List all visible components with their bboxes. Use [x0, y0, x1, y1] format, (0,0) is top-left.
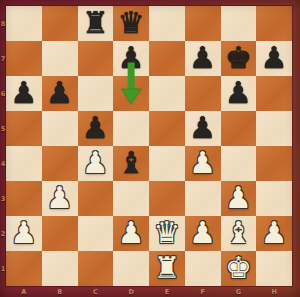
- square-b7[interactable]: [42, 41, 78, 76]
- rank-label-1: 1: [0, 266, 6, 273]
- square-d2[interactable]: ♟: [113, 216, 149, 251]
- square-f2[interactable]: ♟: [185, 216, 221, 251]
- square-d1[interactable]: [113, 251, 149, 286]
- white-pawn-piece[interactable]: ♟: [82, 148, 109, 178]
- square-c8[interactable]: ♜: [78, 6, 114, 41]
- white-pawn-piece[interactable]: ♟: [225, 183, 252, 213]
- square-c7[interactable]: [78, 41, 114, 76]
- square-e2[interactable]: ♛: [149, 216, 185, 251]
- white-pawn-piece[interactable]: ♟: [261, 218, 288, 248]
- square-c4[interactable]: ♟: [78, 146, 114, 181]
- square-b2[interactable]: [42, 216, 78, 251]
- chess-board-frame: ♜♛♟♟♚♟♟♟♟♟♟♟♝♟♟♟♟♟♛♟♝♟♜♚ 87654321ABCDEFG…: [0, 0, 300, 297]
- file-label-a: A: [18, 289, 30, 296]
- white-pawn-piece[interactable]: ♟: [46, 183, 73, 213]
- square-b1[interactable]: [42, 251, 78, 286]
- file-label-c: C: [89, 289, 101, 296]
- square-e6[interactable]: [149, 76, 185, 111]
- file-label-g: G: [232, 289, 244, 296]
- square-e5[interactable]: [149, 111, 185, 146]
- square-d5[interactable]: [113, 111, 149, 146]
- black-pawn-piece[interactable]: ♟: [189, 43, 216, 73]
- black-pawn-piece[interactable]: ♟: [82, 113, 109, 143]
- square-a1[interactable]: [6, 251, 42, 286]
- square-d3[interactable]: [113, 181, 149, 216]
- file-label-e: E: [161, 289, 173, 296]
- square-h8[interactable]: [256, 6, 292, 41]
- square-h5[interactable]: [256, 111, 292, 146]
- square-d4[interactable]: ♝: [113, 146, 149, 181]
- square-h4[interactable]: [256, 146, 292, 181]
- square-a4[interactable]: [6, 146, 42, 181]
- white-rook-piece[interactable]: ♜: [153, 253, 180, 283]
- black-bishop-piece[interactable]: ♝: [118, 148, 145, 178]
- square-e1[interactable]: ♜: [149, 251, 185, 286]
- square-d6[interactable]: [113, 76, 149, 111]
- square-c1[interactable]: [78, 251, 114, 286]
- rank-label-7: 7: [0, 56, 6, 63]
- square-h7[interactable]: ♟: [256, 41, 292, 76]
- black-queen-piece[interactable]: ♛: [118, 8, 145, 38]
- white-king-piece[interactable]: ♚: [225, 253, 252, 283]
- black-pawn-piece[interactable]: ♟: [118, 43, 145, 73]
- square-d7[interactable]: ♟: [113, 41, 149, 76]
- square-f8[interactable]: [185, 6, 221, 41]
- white-pawn-piece[interactable]: ♟: [10, 218, 37, 248]
- square-f5[interactable]: ♟: [185, 111, 221, 146]
- square-g2[interactable]: ♝: [221, 216, 257, 251]
- rank-label-2: 2: [0, 231, 6, 238]
- white-queen-piece[interactable]: ♛: [153, 218, 180, 248]
- square-h2[interactable]: ♟: [256, 216, 292, 251]
- square-a5[interactable]: [6, 111, 42, 146]
- square-b4[interactable]: [42, 146, 78, 181]
- square-h1[interactable]: [256, 251, 292, 286]
- square-f6[interactable]: [185, 76, 221, 111]
- square-a2[interactable]: ♟: [6, 216, 42, 251]
- black-king-piece[interactable]: ♚: [225, 43, 252, 73]
- square-b5[interactable]: [42, 111, 78, 146]
- rank-label-8: 8: [0, 21, 6, 28]
- white-pawn-piece[interactable]: ♟: [189, 218, 216, 248]
- square-b6[interactable]: ♟: [42, 76, 78, 111]
- square-d8[interactable]: ♛: [113, 6, 149, 41]
- white-bishop-piece[interactable]: ♝: [225, 218, 252, 248]
- square-e4[interactable]: [149, 146, 185, 181]
- rank-label-6: 6: [0, 91, 6, 98]
- square-g3[interactable]: ♟: [221, 181, 257, 216]
- rank-label-4: 4: [0, 161, 6, 168]
- black-pawn-piece[interactable]: ♟: [46, 78, 73, 108]
- square-g8[interactable]: [221, 6, 257, 41]
- file-label-d: D: [125, 289, 137, 296]
- rank-label-3: 3: [0, 196, 6, 203]
- black-pawn-piece[interactable]: ♟: [10, 78, 37, 108]
- square-g7[interactable]: ♚: [221, 41, 257, 76]
- square-a6[interactable]: ♟: [6, 76, 42, 111]
- square-c6[interactable]: [78, 76, 114, 111]
- square-c2[interactable]: [78, 216, 114, 251]
- square-f1[interactable]: [185, 251, 221, 286]
- square-b8[interactable]: [42, 6, 78, 41]
- square-g5[interactable]: [221, 111, 257, 146]
- square-c5[interactable]: ♟: [78, 111, 114, 146]
- rank-label-5: 5: [0, 126, 6, 133]
- square-b3[interactable]: ♟: [42, 181, 78, 216]
- square-e7[interactable]: [149, 41, 185, 76]
- square-c3[interactable]: [78, 181, 114, 216]
- black-pawn-piece[interactable]: ♟: [261, 43, 288, 73]
- square-f3[interactable]: [185, 181, 221, 216]
- square-g6[interactable]: ♟: [221, 76, 257, 111]
- square-a7[interactable]: [6, 41, 42, 76]
- square-a3[interactable]: [6, 181, 42, 216]
- square-f7[interactable]: ♟: [185, 41, 221, 76]
- file-label-b: B: [54, 289, 66, 296]
- chess-board: ♜♛♟♟♚♟♟♟♟♟♟♟♝♟♟♟♟♟♛♟♝♟♜♚: [6, 6, 292, 286]
- file-label-f: F: [197, 289, 209, 296]
- square-e8[interactable]: [149, 6, 185, 41]
- square-f4[interactable]: ♟: [185, 146, 221, 181]
- black-rook-piece[interactable]: ♜: [82, 8, 109, 38]
- square-e3[interactable]: [149, 181, 185, 216]
- white-pawn-piece[interactable]: ♟: [118, 218, 145, 248]
- black-pawn-piece[interactable]: ♟: [189, 113, 216, 143]
- square-h3[interactable]: [256, 181, 292, 216]
- square-g1[interactable]: ♚: [221, 251, 257, 286]
- file-label-h: H: [268, 289, 280, 296]
- square-h6[interactable]: [256, 76, 292, 111]
- black-pawn-piece[interactable]: ♟: [225, 78, 252, 108]
- square-g4[interactable]: [221, 146, 257, 181]
- white-pawn-piece[interactable]: ♟: [189, 148, 216, 178]
- square-a8[interactable]: [6, 6, 42, 41]
